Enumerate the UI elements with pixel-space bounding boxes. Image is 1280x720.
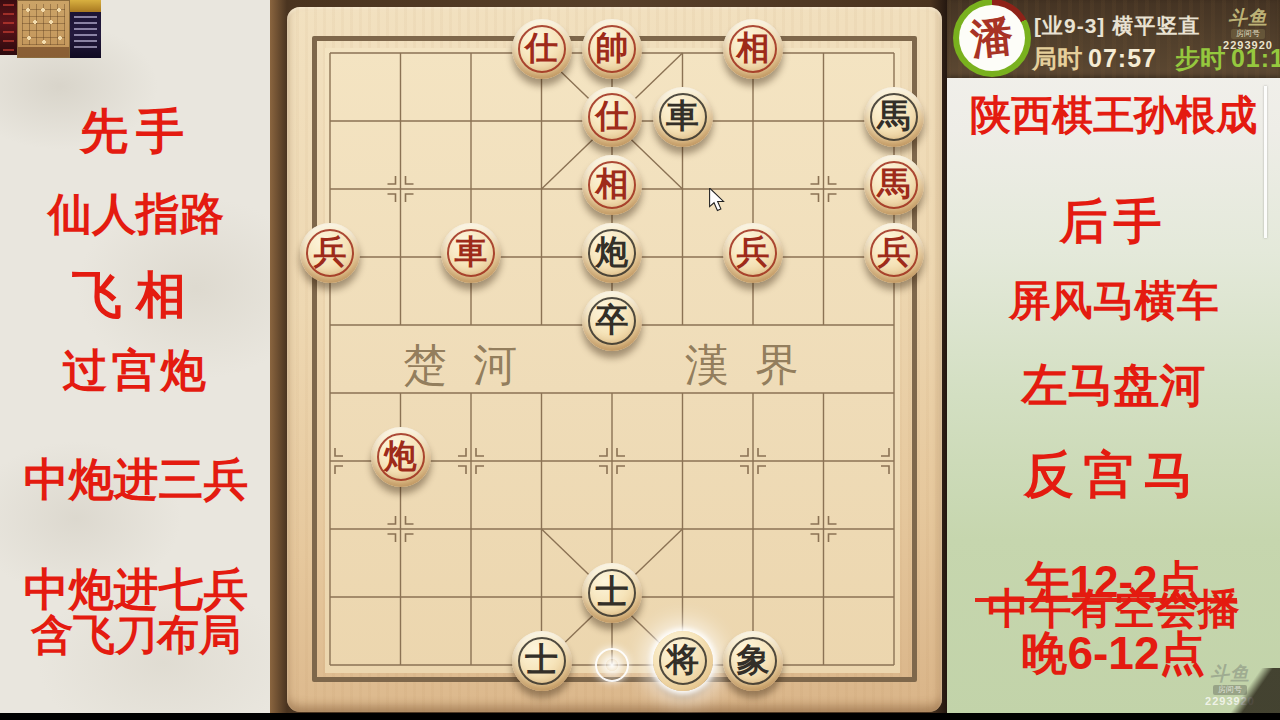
thumbnail-red-strip <box>0 0 17 55</box>
piece-character: 馬 <box>878 94 911 139</box>
piece-character: 仕 <box>525 26 558 71</box>
right-panel: 潘 [业9-3] 横平竖直 局时07:57步时01:12 斗鱼 房间号 2293… <box>947 0 1280 720</box>
piece-red-仕[interactable]: 仕 <box>582 87 642 147</box>
piece-character: 帥 <box>596 26 629 71</box>
room-number-value: 2293920 <box>1219 40 1277 52</box>
player-rank-name: [业9-3] 横平竖直 <box>1034 12 1200 40</box>
left-line-first-move: 先手 <box>0 106 272 159</box>
avatar-calligraphy-char: 潘 <box>968 8 1016 68</box>
piece-black-馬[interactable]: 馬 <box>864 87 924 147</box>
piece-red-馬[interactable]: 馬 <box>864 155 924 215</box>
piece-character: 相 <box>596 162 629 207</box>
move-origin-dot <box>595 648 629 682</box>
stream-screen: 先手 仙人指路 飞相 过宫炮 中炮进三兵 中炮进七兵 含飞刀布局 楚河 漢界 仕… <box>0 0 1280 720</box>
piece-black-炮[interactable]: 炮 <box>582 223 642 283</box>
game-time-value: 07:57 <box>1088 44 1157 72</box>
piece-red-兵[interactable]: 兵 <box>723 223 783 283</box>
stream-header-overlay: 潘 [业9-3] 横平竖直 局时07:57步时01:12 斗鱼 房间号 2293… <box>947 0 1280 78</box>
piece-character: 仕 <box>596 94 629 139</box>
left-line-opening-1: 仙人指路 <box>0 190 272 238</box>
river-label-chu-he: 楚河 <box>403 336 543 395</box>
piece-character: 将 <box>666 638 699 683</box>
piece-black-士[interactable]: 士 <box>512 631 572 691</box>
bottom-black-strip <box>0 713 1280 720</box>
piece-character: 炮 <box>596 230 629 275</box>
piece-red-炮[interactable]: 炮 <box>371 427 431 487</box>
board-grid-layer: 楚河 漢界 仕帥相仕車馬相馬兵車炮兵兵卒炮士士将象 <box>287 7 942 712</box>
piece-character: 相 <box>737 26 770 71</box>
piece-red-仕[interactable]: 仕 <box>512 19 572 79</box>
piece-character: 兵 <box>314 230 347 275</box>
thumbnail-mini-board <box>17 0 70 58</box>
piece-red-兵[interactable]: 兵 <box>300 223 360 283</box>
board-area: 楚河 漢界 仕帥相仕車馬相馬兵車炮兵兵卒炮士士将象 <box>270 0 947 720</box>
left-line-opening-5: 中炮进七兵 <box>0 565 272 615</box>
piece-red-兵[interactable]: 兵 <box>864 223 924 283</box>
douyu-watermark-top: 斗鱼 房间号 2293920 <box>1219 8 1277 52</box>
piece-black-士[interactable]: 士 <box>582 563 642 623</box>
move-time-label: 步时 <box>1175 44 1225 72</box>
piece-character: 車 <box>455 230 488 275</box>
right-player-title: 陕西棋王孙根成 <box>947 93 1280 138</box>
room-number-label: 房间号 <box>1231 29 1265 39</box>
piece-character: 車 <box>666 94 699 139</box>
piece-character: 象 <box>737 638 770 683</box>
piece-character: 士 <box>525 638 558 683</box>
piece-character: 兵 <box>737 230 770 275</box>
xiangqi-board[interactable]: 楚河 漢界 仕帥相仕車馬相馬兵車炮兵兵卒炮士士将象 <box>287 7 942 712</box>
piece-red-相[interactable]: 相 <box>723 19 783 79</box>
right-line-opening-2: 左马盘河 <box>947 360 1280 411</box>
rank-tag: [业9-3] <box>1034 14 1105 37</box>
left-panel: 先手 仙人指路 飞相 过宫炮 中炮进三兵 中炮进七兵 含飞刀布局 <box>0 0 272 720</box>
left-line-opening-6: 含飞刀布局 <box>0 612 272 658</box>
schedule-line-noon-note: 中午有空会播 <box>947 586 1280 632</box>
left-line-opening-2: 飞相 <box>0 268 272 323</box>
douyu-logo: 斗鱼 <box>1219 8 1277 28</box>
piece-red-車[interactable]: 車 <box>441 223 501 283</box>
right-line-second-move: 后手 <box>947 196 1280 249</box>
left-line-opening-3: 过宫炮 <box>0 346 272 396</box>
mouse-cursor <box>709 188 727 212</box>
player-name: 横平竖直 <box>1112 14 1200 37</box>
thumbnail-poster <box>70 0 101 58</box>
streamer-avatar[interactable]: 潘 <box>953 0 1031 77</box>
left-line-opening-4: 中炮进三兵 <box>0 455 272 505</box>
river-label-han-jie: 漢界 <box>685 336 825 395</box>
corner-shadow <box>1220 668 1280 714</box>
scrollbar-line <box>1264 86 1267 238</box>
piece-character: 馬 <box>878 162 911 207</box>
piece-character: 卒 <box>596 298 629 343</box>
piece-red-相[interactable]: 相 <box>582 155 642 215</box>
piece-black-車[interactable]: 車 <box>653 87 713 147</box>
strikethrough-line <box>975 598 1237 602</box>
piece-black-将[interactable]: 将 <box>653 631 713 691</box>
right-line-opening-3: 反宫马 <box>947 448 1280 503</box>
piece-character: 士 <box>596 570 629 615</box>
piece-character: 兵 <box>878 230 911 275</box>
avatar-inner-circle: 潘 <box>959 5 1025 71</box>
piece-black-象[interactable]: 象 <box>723 631 783 691</box>
piece-character: 炮 <box>384 434 417 479</box>
game-time-label: 局时 <box>1032 44 1082 72</box>
right-line-opening-1: 屏风马横车 <box>947 278 1280 324</box>
piece-red-帥[interactable]: 帥 <box>582 19 642 79</box>
piece-black-卒[interactable]: 卒 <box>582 291 642 351</box>
